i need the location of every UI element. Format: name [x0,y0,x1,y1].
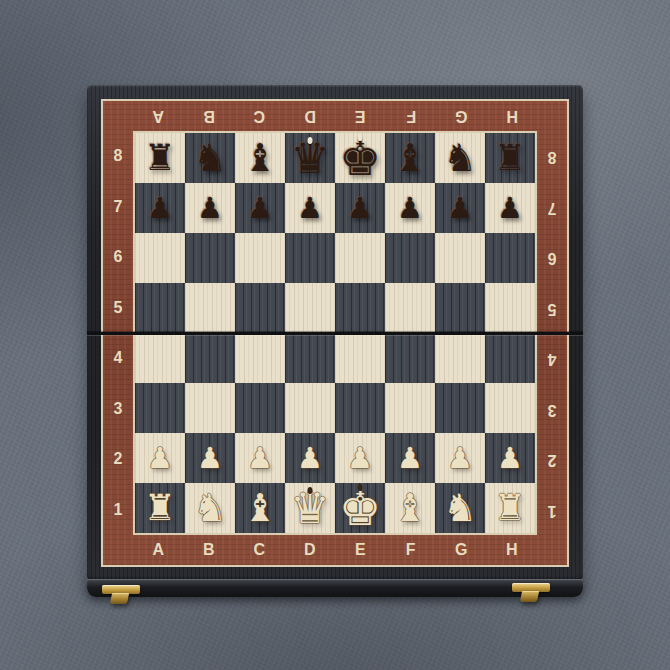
square-c4[interactable] [235,333,285,383]
latch-left [102,585,140,594]
square-d2[interactable]: ♟ [285,433,335,483]
piece-white-pawn[interactable]: ♟ [335,433,385,483]
square-c7[interactable]: ♟ [235,183,285,233]
queen-finial-tip [308,487,313,494]
square-g2[interactable]: ♟ [435,433,485,483]
piece-black-pawn[interactable]: ♟ [485,183,535,233]
pawn-glyph: ♟ [447,444,473,473]
rook-glyph: ♜ [144,140,176,176]
pawn-glyph: ♟ [447,194,473,223]
file-label-top-d: D [285,101,336,131]
square-a6[interactable] [135,233,185,283]
file-label-top-c: C [234,101,285,131]
square-b6[interactable] [185,233,235,283]
bishop-glyph: ♝ [393,139,427,177]
piece-black-queen[interactable]: ♛ [285,133,335,183]
piece-white-pawn[interactable]: ♟ [385,433,435,483]
rank-label-right-5: 5 [537,283,567,334]
rank-label-right-8: 8 [537,131,567,182]
file-label-bottom-g: G [436,535,487,565]
piece-white-queen[interactable]: ♛ [285,483,335,533]
file-label-top-h: H [487,101,538,131]
piece-black-pawn[interactable]: ♟ [335,183,385,233]
piece-black-pawn[interactable]: ♟ [135,183,185,233]
piece-white-pawn[interactable]: ♟ [435,433,485,483]
file-label-bottom-a: A [133,535,184,565]
rank-label-right-2: 2 [537,434,567,485]
knight-glyph: ♞ [443,139,477,177]
piece-white-pawn[interactable]: ♟ [185,433,235,483]
file-labels-top: ABCDEFGH [133,101,537,131]
rank-label-left-1: 1 [103,485,133,536]
piece-white-knight[interactable]: ♞ [435,483,485,533]
square-f3[interactable] [385,383,435,433]
knight-glyph: ♞ [443,489,477,527]
pawn-glyph: ♟ [347,444,373,473]
square-b2[interactable]: ♟ [185,433,235,483]
piece-white-pawn[interactable]: ♟ [285,433,335,483]
pawn-glyph: ♟ [147,194,173,223]
knight-glyph: ♞ [193,139,227,177]
square-h8[interactable]: ♜ [485,133,535,183]
piece-black-knight[interactable]: ♞ [435,133,485,183]
piece-white-rook[interactable]: ♜ [135,483,185,533]
square-h2[interactable]: ♟ [485,433,535,483]
file-label-bottom-c: C [234,535,285,565]
piece-black-rook[interactable]: ♜ [485,133,535,183]
piece-black-rook[interactable]: ♜ [135,133,185,183]
rank-label-left-4: 4 [103,333,133,384]
file-label-top-b: B [184,101,235,131]
square-g3[interactable] [435,383,485,433]
square-b4[interactable] [185,333,235,383]
square-b7[interactable]: ♟ [185,183,235,233]
piece-black-pawn[interactable]: ♟ [385,183,435,233]
square-c8[interactable]: ♝ [235,133,285,183]
pawn-glyph: ♟ [497,194,523,223]
file-label-bottom-e: E [335,535,386,565]
file-labels-bottom: ABCDEFGH [133,535,537,565]
square-g6[interactable] [435,233,485,283]
rank-label-left-5: 5 [103,283,133,334]
square-e1[interactable]: ♚ [335,483,385,533]
pawn-glyph: ♟ [397,194,423,223]
square-b3[interactable] [185,383,235,433]
square-b8[interactable]: ♞ [185,133,235,183]
square-d1[interactable]: ♛ [285,483,335,533]
square-b1[interactable]: ♞ [185,483,235,533]
bishop-glyph: ♝ [243,489,277,527]
square-f5[interactable] [385,283,435,333]
square-c6[interactable] [235,233,285,283]
square-b5[interactable] [185,283,235,333]
square-a2[interactable]: ♟ [135,433,185,483]
square-c3[interactable] [235,383,285,433]
piece-black-bishop[interactable]: ♝ [385,133,435,183]
pawn-glyph: ♟ [347,194,373,223]
square-e3[interactable] [335,383,385,433]
rank-label-left-8: 8 [103,131,133,182]
rook-glyph: ♜ [494,140,526,176]
file-label-top-g: G [436,101,487,131]
pawn-glyph: ♟ [247,194,273,223]
pawn-glyph: ♟ [297,194,323,223]
piece-white-pawn[interactable]: ♟ [235,433,285,483]
knight-glyph: ♞ [193,489,227,527]
square-e8[interactable]: ♚ [335,133,385,183]
square-g8[interactable]: ♞ [435,133,485,183]
pawn-glyph: ♟ [497,444,523,473]
piece-white-pawn[interactable]: ♟ [135,433,185,483]
square-f4[interactable] [385,333,435,383]
square-a7[interactable]: ♟ [135,183,185,233]
file-label-bottom-h: H [487,535,538,565]
square-d8[interactable]: ♛ [285,133,335,183]
square-f7[interactable]: ♟ [385,183,435,233]
square-e5[interactable] [335,283,385,333]
piece-white-knight[interactable]: ♞ [185,483,235,533]
pawn-glyph: ♟ [297,444,323,473]
piece-white-bishop[interactable]: ♝ [385,483,435,533]
king-glyph: ♚ [339,135,381,182]
photo-background: ABCDEFGH ABCDEFGH 87654321 87654321 ♜♞♝♛… [0,0,670,670]
piece-black-king[interactable]: ♚ [335,133,385,183]
rook-glyph: ♜ [494,490,526,526]
rook-glyph: ♜ [144,490,176,526]
square-e7[interactable]: ♟ [335,183,385,233]
rank-label-left-7: 7 [103,182,133,233]
latch-right [512,583,550,592]
file-label-bottom-f: F [386,535,437,565]
square-c2[interactable]: ♟ [235,433,285,483]
piece-black-pawn[interactable]: ♟ [435,183,485,233]
chess-board: ABCDEFGH ABCDEFGH 87654321 87654321 ♜♞♝♛… [87,85,583,581]
king-finial-tip [358,134,363,141]
square-a1[interactable]: ♜ [135,483,185,533]
square-g7[interactable]: ♟ [435,183,485,233]
piece-black-pawn[interactable]: ♟ [235,183,285,233]
rank-label-left-2: 2 [103,434,133,485]
square-d4[interactable] [285,333,335,383]
rank-label-right-6: 6 [537,232,567,283]
square-f1[interactable]: ♝ [385,483,435,533]
piece-white-pawn[interactable]: ♟ [485,433,535,483]
pawn-glyph: ♟ [197,444,223,473]
file-label-top-f: F [386,101,437,131]
square-e2[interactable]: ♟ [335,433,385,483]
king-glyph: ♚ [339,485,381,532]
square-d3[interactable] [285,383,335,433]
square-c5[interactable] [235,283,285,333]
square-d7[interactable]: ♟ [285,183,335,233]
square-f8[interactable]: ♝ [385,133,435,183]
fold-seam [87,332,583,335]
piece-black-bishop[interactable]: ♝ [235,133,285,183]
square-d6[interactable] [285,233,335,283]
bishop-glyph: ♝ [243,139,277,177]
piece-white-bishop[interactable]: ♝ [235,483,285,533]
square-g1[interactable]: ♞ [435,483,485,533]
file-label-top-e: E [335,101,386,131]
rank-label-right-4: 4 [537,333,567,384]
square-a5[interactable] [135,283,185,333]
square-h3[interactable] [485,383,535,433]
file-label-bottom-b: B [184,535,235,565]
square-f6[interactable] [385,233,435,283]
piece-black-pawn[interactable]: ♟ [285,183,335,233]
square-h6[interactable] [485,233,535,283]
square-f2[interactable]: ♟ [385,433,435,483]
pawn-glyph: ♟ [247,444,273,473]
square-c1[interactable]: ♝ [235,483,285,533]
queen-finial-tip [308,137,313,144]
square-h4[interactable] [485,333,535,383]
bishop-glyph: ♝ [393,489,427,527]
piece-white-rook[interactable]: ♜ [485,483,535,533]
rank-label-right-3: 3 [537,384,567,435]
square-h1[interactable]: ♜ [485,483,535,533]
square-h5[interactable] [485,283,535,333]
rank-label-right-7: 7 [537,182,567,233]
king-finial-tip [358,484,363,491]
square-e4[interactable] [335,333,385,383]
rank-label-left-6: 6 [103,232,133,283]
square-a8[interactable]: ♜ [135,133,185,183]
pawn-glyph: ♟ [147,444,173,473]
square-a3[interactable] [135,383,185,433]
square-g5[interactable] [435,283,485,333]
rank-label-right-1: 1 [537,485,567,536]
rank-label-left-3: 3 [103,384,133,435]
pawn-glyph: ♟ [397,444,423,473]
file-label-bottom-d: D [285,535,336,565]
square-e6[interactable] [335,233,385,283]
piece-white-king[interactable]: ♚ [335,483,385,533]
square-g4[interactable] [435,333,485,383]
square-a4[interactable] [135,333,185,383]
square-d5[interactable] [285,283,335,333]
piece-black-pawn[interactable]: ♟ [185,183,235,233]
file-label-top-a: A [133,101,184,131]
square-h7[interactable]: ♟ [485,183,535,233]
pawn-glyph: ♟ [197,194,223,223]
piece-black-knight[interactable]: ♞ [185,133,235,183]
box-front-edge [87,579,583,597]
